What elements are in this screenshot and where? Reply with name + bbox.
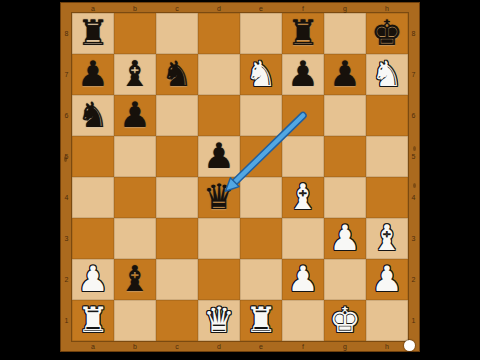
square-a5[interactable] bbox=[72, 136, 114, 177]
rank-label-2: 2 bbox=[61, 259, 72, 300]
square-h8[interactable]: ♚ bbox=[366, 13, 408, 54]
square-e2[interactable] bbox=[240, 259, 282, 300]
rank-label-7: 7 bbox=[61, 54, 72, 95]
file-label-f: f bbox=[282, 341, 324, 351]
square-b3[interactable] bbox=[114, 218, 156, 259]
square-e6[interactable] bbox=[240, 95, 282, 136]
square-g7[interactable]: ♟ bbox=[324, 54, 366, 95]
piece-black-pawn[interactable]: ♟ bbox=[77, 54, 108, 95]
piece-black-knight[interactable]: ♞ bbox=[77, 95, 108, 136]
square-d6[interactable] bbox=[198, 95, 240, 136]
square-h7[interactable]: ♞ bbox=[366, 54, 408, 95]
square-f5[interactable] bbox=[282, 136, 324, 177]
square-a8[interactable]: ♜ bbox=[72, 13, 114, 54]
file-labels-bottom: abcdefgh bbox=[61, 341, 419, 351]
piece-white-knight[interactable]: ♞ bbox=[371, 54, 402, 95]
piece-black-bishop[interactable]: ♝ bbox=[119, 54, 150, 95]
rank-label-2: 2 bbox=[408, 259, 419, 300]
square-g1[interactable]: ♚ bbox=[324, 300, 366, 341]
square-f1[interactable] bbox=[282, 300, 324, 341]
square-g6[interactable] bbox=[324, 95, 366, 136]
square-f4[interactable]: ♝ bbox=[282, 177, 324, 218]
piece-black-pawn[interactable]: ♟ bbox=[203, 136, 234, 177]
file-label-b: b bbox=[114, 3, 156, 13]
piece-white-rook[interactable]: ♜ bbox=[245, 300, 276, 341]
square-a2[interactable]: ♟ bbox=[72, 259, 114, 300]
piece-black-rook[interactable]: ♜ bbox=[77, 13, 108, 54]
piece-black-knight[interactable]: ♞ bbox=[161, 54, 192, 95]
square-a4[interactable] bbox=[72, 177, 114, 218]
square-c3[interactable] bbox=[156, 218, 198, 259]
chess-board-frame: abcdefgh 87654321 ♜♜♚♟♝♞♞♟♟♞♞♟♟♛♝♟♝♟♝♟♟♜… bbox=[60, 2, 420, 352]
square-g2[interactable] bbox=[324, 259, 366, 300]
square-g4[interactable] bbox=[324, 177, 366, 218]
square-a1[interactable]: ♜ bbox=[72, 300, 114, 341]
square-g5[interactable] bbox=[324, 136, 366, 177]
square-f3[interactable] bbox=[282, 218, 324, 259]
square-g8[interactable] bbox=[324, 13, 366, 54]
file-label-a: a bbox=[72, 341, 114, 351]
file-label-e: e bbox=[240, 3, 282, 13]
square-e1[interactable]: ♜ bbox=[240, 300, 282, 341]
square-f6[interactable] bbox=[282, 95, 324, 136]
piece-white-queen[interactable]: ♛ bbox=[203, 300, 234, 341]
rank-label-1: 1 bbox=[61, 300, 72, 341]
square-h1[interactable] bbox=[366, 300, 408, 341]
square-h2[interactable]: ♟ bbox=[366, 259, 408, 300]
square-h4[interactable] bbox=[366, 177, 408, 218]
rank-labels-left: 87654321 bbox=[61, 13, 72, 341]
square-b2[interactable]: ♝ bbox=[114, 259, 156, 300]
square-a6[interactable]: ♞ bbox=[72, 95, 114, 136]
wood-knot bbox=[64, 156, 67, 162]
square-e7[interactable]: ♞ bbox=[240, 54, 282, 95]
piece-white-bishop[interactable]: ♝ bbox=[371, 218, 402, 259]
square-h5[interactable] bbox=[366, 136, 408, 177]
square-e8[interactable] bbox=[240, 13, 282, 54]
piece-white-knight[interactable]: ♞ bbox=[245, 54, 276, 95]
file-label-e: e bbox=[240, 341, 282, 351]
square-c5[interactable] bbox=[156, 136, 198, 177]
rank-label-5: 5 bbox=[408, 136, 419, 177]
piece-white-pawn[interactable]: ♟ bbox=[329, 218, 360, 259]
file-label-h: h bbox=[366, 3, 408, 13]
piece-white-bishop[interactable]: ♝ bbox=[287, 177, 318, 218]
square-c4[interactable] bbox=[156, 177, 198, 218]
piece-black-pawn[interactable]: ♟ bbox=[329, 54, 360, 95]
square-c2[interactable] bbox=[156, 259, 198, 300]
square-b6[interactable]: ♟ bbox=[114, 95, 156, 136]
square-c6[interactable] bbox=[156, 95, 198, 136]
file-label-c: c bbox=[156, 341, 198, 351]
square-b8[interactable] bbox=[114, 13, 156, 54]
rank-labels-right: 87654321 bbox=[408, 13, 419, 341]
square-a3[interactable] bbox=[72, 218, 114, 259]
square-a7[interactable]: ♟ bbox=[72, 54, 114, 95]
square-b4[interactable] bbox=[114, 177, 156, 218]
square-h3[interactable]: ♝ bbox=[366, 218, 408, 259]
piece-black-pawn[interactable]: ♟ bbox=[287, 54, 318, 95]
square-b1[interactable] bbox=[114, 300, 156, 341]
rank-label-7: 7 bbox=[408, 54, 419, 95]
wood-knot bbox=[413, 146, 416, 151]
square-e3[interactable] bbox=[240, 218, 282, 259]
piece-white-pawn[interactable]: ♟ bbox=[287, 259, 318, 300]
file-label-d: d bbox=[198, 341, 240, 351]
piece-white-pawn[interactable]: ♟ bbox=[371, 259, 402, 300]
square-d8[interactable] bbox=[198, 13, 240, 54]
rank-label-6: 6 bbox=[408, 95, 419, 136]
file-label-f: f bbox=[282, 3, 324, 13]
square-d5[interactable]: ♟ bbox=[198, 136, 240, 177]
file-label-a: a bbox=[72, 3, 114, 13]
video-frame: abcdefgh 87654321 ♜♜♚♟♝♞♞♟♟♞♞♟♟♛♝♟♝♟♝♟♟♜… bbox=[0, 0, 480, 360]
square-b5[interactable] bbox=[114, 136, 156, 177]
rank-label-3: 3 bbox=[408, 218, 419, 259]
file-label-c: c bbox=[156, 3, 198, 13]
file-label-b: b bbox=[114, 341, 156, 351]
square-c8[interactable] bbox=[156, 13, 198, 54]
square-f8[interactable]: ♜ bbox=[282, 13, 324, 54]
square-c7[interactable]: ♞ bbox=[156, 54, 198, 95]
square-d4[interactable]: ♛ bbox=[198, 177, 240, 218]
white-to-move-indicator bbox=[404, 340, 415, 351]
rank-label-4: 4 bbox=[61, 177, 72, 218]
square-e5[interactable] bbox=[240, 136, 282, 177]
square-h6[interactable] bbox=[366, 95, 408, 136]
rank-label-3: 3 bbox=[61, 218, 72, 259]
rank-label-6: 6 bbox=[61, 95, 72, 136]
square-f2[interactable]: ♟ bbox=[282, 259, 324, 300]
piece-black-king[interactable]: ♚ bbox=[371, 13, 402, 54]
square-c1[interactable] bbox=[156, 300, 198, 341]
file-labels-top: abcdefgh bbox=[61, 3, 419, 13]
piece-white-pawn[interactable]: ♟ bbox=[77, 259, 108, 300]
rank-label-8: 8 bbox=[408, 13, 419, 54]
piece-black-bishop[interactable]: ♝ bbox=[119, 259, 150, 300]
square-d1[interactable]: ♛ bbox=[198, 300, 240, 341]
square-e4[interactable] bbox=[240, 177, 282, 218]
file-label-h: h bbox=[366, 341, 408, 351]
square-b7[interactable]: ♝ bbox=[114, 54, 156, 95]
square-d7[interactable] bbox=[198, 54, 240, 95]
file-label-d: d bbox=[198, 3, 240, 13]
square-f7[interactable]: ♟ bbox=[282, 54, 324, 95]
wood-knot bbox=[413, 183, 416, 188]
piece-white-rook[interactable]: ♜ bbox=[77, 300, 108, 341]
piece-black-rook[interactable]: ♜ bbox=[287, 13, 318, 54]
file-label-g: g bbox=[324, 3, 366, 13]
chess-board: ♜♜♚♟♝♞♞♟♟♞♞♟♟♛♝♟♝♟♝♟♟♜♛♜♚ bbox=[72, 13, 408, 341]
piece-black-pawn[interactable]: ♟ bbox=[119, 95, 150, 136]
square-d2[interactable] bbox=[198, 259, 240, 300]
piece-white-king[interactable]: ♚ bbox=[329, 300, 360, 341]
square-g3[interactable]: ♟ bbox=[324, 218, 366, 259]
rank-label-1: 1 bbox=[408, 300, 419, 341]
file-label-g: g bbox=[324, 341, 366, 351]
square-d3[interactable] bbox=[198, 218, 240, 259]
rank-label-8: 8 bbox=[61, 13, 72, 54]
piece-black-queen[interactable]: ♛ bbox=[203, 177, 234, 218]
